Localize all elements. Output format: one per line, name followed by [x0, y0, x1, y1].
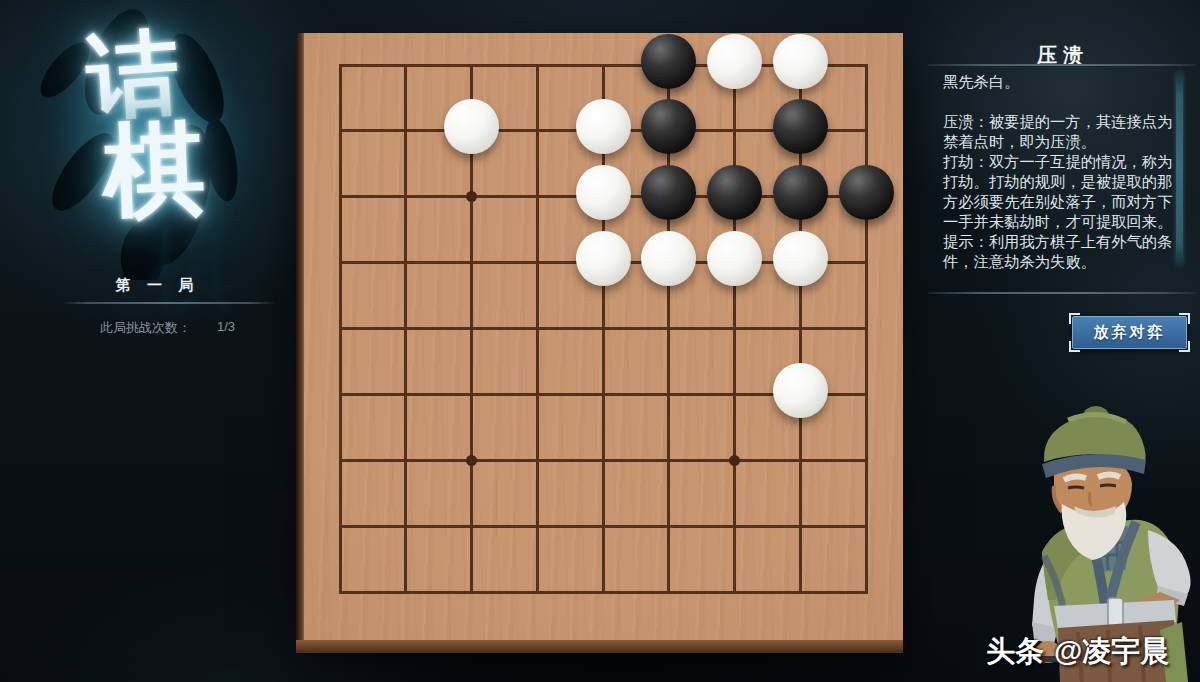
grid-line-horizontal — [339, 591, 868, 594]
black-stone — [641, 99, 696, 154]
black-stone — [641, 34, 696, 89]
grid-line-vertical — [733, 64, 736, 594]
text-scrollbar[interactable] — [1176, 72, 1183, 265]
grid-line-horizontal — [339, 459, 868, 462]
white-stone — [576, 231, 631, 286]
title-calligraphy-art: 棋 诘 棋 — [25, 0, 275, 280]
white-stone — [707, 34, 762, 89]
puzzle-text-line: 禁着点时，即为压溃。 — [943, 132, 1177, 152]
grid-line-horizontal — [339, 327, 868, 330]
attempts-value: 1/3 — [217, 319, 235, 337]
black-stone — [641, 165, 696, 220]
puzzle-text-line: 打劫：双方一子互提的情况，称为 — [943, 152, 1177, 172]
panel-divider-bottom — [928, 292, 1197, 294]
panel-divider-top — [928, 64, 1197, 66]
board-left-edge — [296, 33, 304, 640]
black-stone — [773, 99, 828, 154]
puzzle-text-line: 一手并未黏劫时，才可提取回来。 — [943, 212, 1177, 232]
white-stone — [576, 99, 631, 154]
puzzle-description: 黑先杀白。压溃：被要提的一方，其连接点为禁着点时，即为压溃。打劫：双方一子互提的… — [943, 72, 1177, 272]
white-stone — [641, 231, 696, 286]
button-corner-bracket — [1069, 341, 1080, 352]
watermark-handle: @凌宇晨 — [1054, 635, 1169, 667]
white-stone — [773, 231, 828, 286]
puzzle-text-line: 提示：利用我方棋子上有外气的条 — [943, 232, 1177, 252]
grid-line-vertical — [865, 64, 868, 594]
resign-button-label: 放弃对弈 — [1094, 323, 1166, 342]
puzzle-text-line: 件，注意劫杀为失败。 — [943, 252, 1177, 272]
watermark: 头条@凌宇晨 — [986, 632, 1169, 672]
puzzle-text-line: 压溃：被要提的一方，其连接点为 — [943, 112, 1177, 132]
puzzle-text-gap — [943, 92, 1177, 112]
black-stone — [707, 165, 762, 220]
puzzle-text-line: 方必须要先在别处落子，而对方下 — [943, 192, 1177, 212]
black-stone — [839, 165, 894, 220]
button-corner-bracket — [1069, 313, 1080, 324]
puzzle-text-line: 打劫。打劫的规则，是被提取的那 — [943, 172, 1177, 192]
white-stone — [444, 99, 499, 154]
grid-line-horizontal — [339, 525, 868, 528]
app-screen: 棋 诘 棋 第 一 局 此局挑战次数： 1/3 压溃 黑先杀白。压溃：被要提的一… — [0, 0, 1200, 682]
star-point — [729, 455, 740, 466]
star-point — [466, 455, 477, 466]
white-stone — [773, 34, 828, 89]
resign-button[interactable]: 放弃对弈 — [1072, 316, 1187, 349]
star-point — [466, 191, 477, 202]
button-corner-bracket — [1179, 313, 1190, 324]
watermark-brand: 头条 — [986, 635, 1044, 667]
round-label: 第 一 局 — [40, 276, 275, 295]
puzzle-text-line: 黑先杀白。 — [943, 72, 1177, 92]
white-stone — [773, 363, 828, 418]
attempts-label: 此局挑战次数： — [100, 319, 191, 337]
calligraphy-char-qi: 棋 — [101, 116, 206, 221]
attempts-row: 此局挑战次数： 1/3 — [55, 319, 280, 337]
left-divider — [62, 302, 276, 304]
white-stone — [576, 165, 631, 220]
white-stone — [707, 231, 762, 286]
black-stone — [773, 165, 828, 220]
board-bottom-bevel — [296, 640, 903, 653]
button-corner-bracket — [1179, 341, 1190, 352]
go-board[interactable] — [296, 33, 903, 640]
